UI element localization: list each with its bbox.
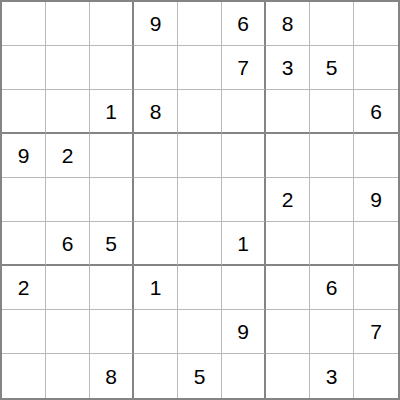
cell-r2-c9[interactable]	[354, 46, 398, 90]
cell-r4-c2[interactable]: 2	[46, 134, 90, 178]
cell-r3-c5[interactable]	[178, 90, 222, 134]
cell-r4-c3[interactable]	[90, 134, 134, 178]
cell-r8-c4[interactable]	[134, 310, 178, 354]
cell-r8-c7[interactable]	[266, 310, 310, 354]
cell-r2-c6[interactable]: 7	[222, 46, 266, 90]
sudoku-board: 968735186922965121697853	[0, 0, 400, 400]
cell-r3-c2[interactable]	[46, 90, 90, 134]
cell-r5-c8[interactable]	[310, 178, 354, 222]
cell-r5-c2[interactable]	[46, 178, 90, 222]
cell-r5-c1[interactable]	[2, 178, 46, 222]
cell-r9-c8[interactable]: 3	[310, 354, 354, 398]
cell-r6-c8[interactable]	[310, 222, 354, 266]
cell-r2-c5[interactable]	[178, 46, 222, 90]
cell-r5-c7[interactable]: 2	[266, 178, 310, 222]
cell-r9-c1[interactable]	[2, 354, 46, 398]
cell-r8-c9[interactable]: 7	[354, 310, 398, 354]
cell-r2-c1[interactable]	[2, 46, 46, 90]
cell-r3-c7[interactable]	[266, 90, 310, 134]
cell-r4-c1[interactable]: 9	[2, 134, 46, 178]
cell-r1-c1[interactable]	[2, 2, 46, 46]
cell-r4-c7[interactable]	[266, 134, 310, 178]
cell-r1-c7[interactable]: 8	[266, 2, 310, 46]
cell-r5-c6[interactable]	[222, 178, 266, 222]
cell-r4-c5[interactable]	[178, 134, 222, 178]
cell-r7-c2[interactable]	[46, 266, 90, 310]
cell-r3-c8[interactable]	[310, 90, 354, 134]
cell-r6-c1[interactable]	[2, 222, 46, 266]
cell-r9-c7[interactable]	[266, 354, 310, 398]
cell-r4-c4[interactable]	[134, 134, 178, 178]
cell-r4-c6[interactable]	[222, 134, 266, 178]
cell-r2-c8[interactable]: 5	[310, 46, 354, 90]
cell-r6-c9[interactable]	[354, 222, 398, 266]
cell-r9-c6[interactable]	[222, 354, 266, 398]
cell-r6-c2[interactable]: 6	[46, 222, 90, 266]
cell-r8-c1[interactable]	[2, 310, 46, 354]
cell-r1-c6[interactable]: 6	[222, 2, 266, 46]
cell-r5-c9[interactable]: 9	[354, 178, 398, 222]
cell-r3-c1[interactable]	[2, 90, 46, 134]
cell-r3-c3[interactable]: 1	[90, 90, 134, 134]
cell-r1-c3[interactable]	[90, 2, 134, 46]
cell-r7-c5[interactable]	[178, 266, 222, 310]
cell-r6-c5[interactable]	[178, 222, 222, 266]
cell-r9-c3[interactable]: 8	[90, 354, 134, 398]
cell-r5-c3[interactable]	[90, 178, 134, 222]
cell-r3-c6[interactable]	[222, 90, 266, 134]
cell-r2-c2[interactable]	[46, 46, 90, 90]
cell-r2-c4[interactable]	[134, 46, 178, 90]
cell-r9-c9[interactable]	[354, 354, 398, 398]
cell-r4-c8[interactable]	[310, 134, 354, 178]
cell-r6-c4[interactable]	[134, 222, 178, 266]
cell-r7-c9[interactable]	[354, 266, 398, 310]
cell-r8-c6[interactable]: 9	[222, 310, 266, 354]
cell-r7-c1[interactable]: 2	[2, 266, 46, 310]
cell-r3-c9[interactable]: 6	[354, 90, 398, 134]
cell-r7-c7[interactable]	[266, 266, 310, 310]
cell-r3-c4[interactable]: 8	[134, 90, 178, 134]
cell-r8-c5[interactable]	[178, 310, 222, 354]
cell-r8-c2[interactable]	[46, 310, 90, 354]
cell-r6-c3[interactable]: 5	[90, 222, 134, 266]
cell-r1-c8[interactable]	[310, 2, 354, 46]
cell-r9-c4[interactable]	[134, 354, 178, 398]
cell-r5-c5[interactable]	[178, 178, 222, 222]
cell-r7-c4[interactable]: 1	[134, 266, 178, 310]
cell-r4-c9[interactable]	[354, 134, 398, 178]
cell-r7-c3[interactable]	[90, 266, 134, 310]
cell-r1-c5[interactable]	[178, 2, 222, 46]
cell-r9-c2[interactable]	[46, 354, 90, 398]
cell-r7-c6[interactable]	[222, 266, 266, 310]
cell-r5-c4[interactable]	[134, 178, 178, 222]
cell-r8-c8[interactable]	[310, 310, 354, 354]
cell-r2-c7[interactable]: 3	[266, 46, 310, 90]
cell-r1-c2[interactable]	[46, 2, 90, 46]
cell-r1-c9[interactable]	[354, 2, 398, 46]
cell-r1-c4[interactable]: 9	[134, 2, 178, 46]
cell-r8-c3[interactable]	[90, 310, 134, 354]
cell-r9-c5[interactable]: 5	[178, 354, 222, 398]
cell-r6-c7[interactable]	[266, 222, 310, 266]
cell-r2-c3[interactable]	[90, 46, 134, 90]
cell-r6-c6[interactable]: 1	[222, 222, 266, 266]
cell-r7-c8[interactable]: 6	[310, 266, 354, 310]
